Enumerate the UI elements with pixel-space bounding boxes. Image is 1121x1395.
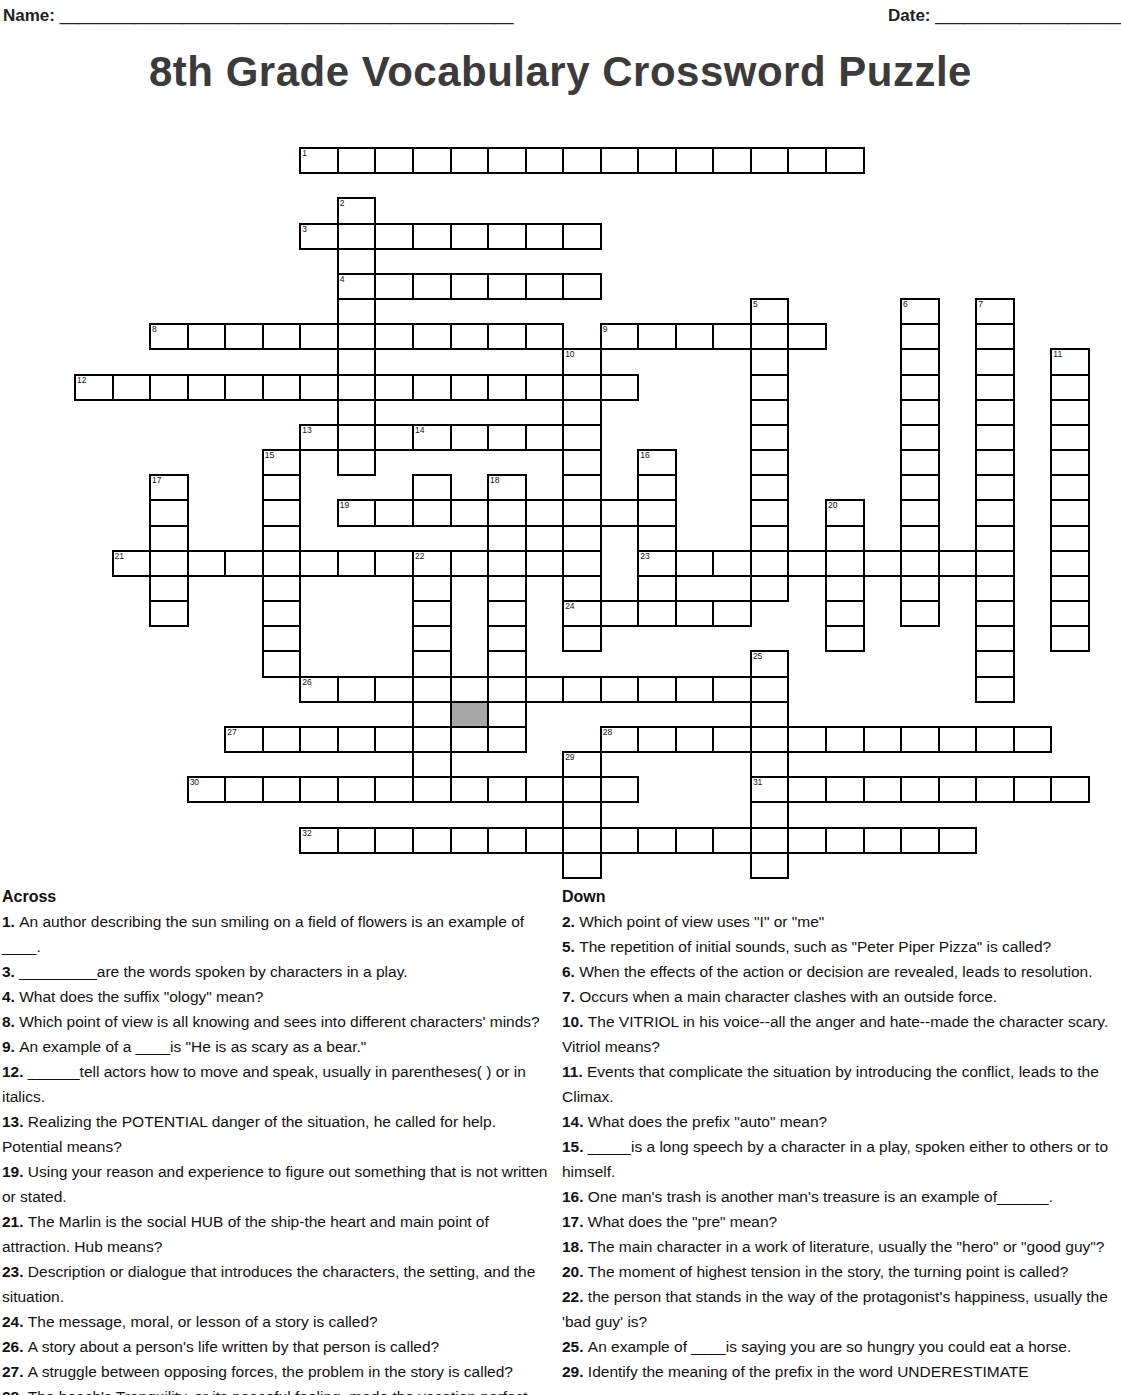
- grid-cell[interactable]: [975, 776, 1015, 803]
- grid-cell[interactable]: [374, 424, 414, 451]
- grid-cell[interactable]: [374, 827, 414, 854]
- clue-number: 19: [340, 501, 349, 510]
- grid-cell[interactable]: [262, 600, 302, 627]
- grid-cell[interactable]: [299, 323, 339, 350]
- grid-cell[interactable]: [337, 399, 377, 426]
- grid-cell[interactable]: [750, 751, 790, 778]
- grid-cell[interactable]: [900, 499, 940, 526]
- grid-cell[interactable]: [374, 726, 414, 753]
- grid-cell[interactable]: [863, 827, 903, 854]
- grid-cell[interactable]: [975, 625, 1015, 652]
- grid-cell[interactable]: [224, 776, 264, 803]
- grid-cell[interactable]: [487, 499, 527, 526]
- grid-cell[interactable]: [149, 575, 189, 602]
- grid-cell[interactable]: [825, 625, 865, 652]
- grid-cell[interactable]: [750, 575, 790, 602]
- clue-20: 20. The moment of highest tension in the…: [562, 1259, 1119, 1284]
- grid-cell[interactable]: [412, 323, 452, 350]
- grid-cell[interactable]: [975, 399, 1015, 426]
- worksheet-page: Name: __________________________________…: [0, 0, 1121, 1395]
- grid-cell[interactable]: [1050, 499, 1090, 526]
- grid-cell[interactable]: [938, 776, 978, 803]
- grid-cell[interactable]: [787, 827, 827, 854]
- clue-number: 11: [1053, 350, 1062, 359]
- grid-cell[interactable]: [1050, 550, 1090, 577]
- grid-cell[interactable]: [712, 827, 752, 854]
- grid-cell[interactable]: [262, 374, 302, 401]
- grid-cell[interactable]: [374, 273, 414, 300]
- grid-cell[interactable]: [1013, 776, 1053, 803]
- grid-cell[interactable]: [562, 575, 602, 602]
- grid-cell[interactable]: [675, 676, 715, 703]
- grid-cell[interactable]: [299, 550, 339, 577]
- clue-14: 14. What does the prefix "auto" mean?: [562, 1109, 1119, 1134]
- grid-cell[interactable]: [525, 676, 565, 703]
- grid-cell[interactable]: [262, 650, 302, 677]
- grid-cell[interactable]: [487, 676, 527, 703]
- grid-cell[interactable]: [412, 776, 452, 803]
- grid-cell[interactable]: [450, 424, 490, 451]
- grid-cell[interactable]: [975, 550, 1015, 577]
- across-clues-column: Across 1. An author describing the sun s…: [2, 884, 559, 1395]
- grid-cell[interactable]: [337, 424, 377, 451]
- across-header: Across: [2, 884, 559, 909]
- grid-cell[interactable]: [675, 600, 715, 627]
- grid-cell[interactable]: [450, 323, 490, 350]
- grid-cell[interactable]: [450, 776, 490, 803]
- grid-cell[interactable]: [750, 726, 790, 753]
- grid-cell[interactable]: [412, 827, 452, 854]
- clue-number: 25: [753, 652, 762, 661]
- grid-cell[interactable]: [525, 323, 565, 350]
- grid-cell[interactable]: [637, 323, 677, 350]
- grid-cell[interactable]: [187, 323, 227, 350]
- grid-cell[interactable]: [487, 575, 527, 602]
- grid-cell[interactable]: [637, 575, 677, 602]
- grid-cell[interactable]: [525, 499, 565, 526]
- grid-cell[interactable]: [975, 348, 1015, 375]
- clue-number: 15: [265, 451, 274, 460]
- grid-cell[interactable]: [374, 323, 414, 350]
- grid-cell[interactable]: [1050, 399, 1090, 426]
- grid-cell[interactable]: [825, 776, 865, 803]
- grid-cell[interactable]: [299, 726, 339, 753]
- grid-cell[interactable]: [938, 827, 978, 854]
- grid-cell[interactable]: [374, 374, 414, 401]
- grid-cell[interactable]: [187, 374, 227, 401]
- grid-cell[interactable]: [412, 223, 452, 250]
- grid-cell[interactable]: [750, 701, 790, 728]
- grid-cell[interactable]: [712, 147, 752, 174]
- grid-cell[interactable]: [825, 550, 865, 577]
- grid-cell[interactable]: [712, 323, 752, 350]
- grid-cell[interactable]: [337, 726, 377, 753]
- grid-cell[interactable]: [900, 827, 940, 854]
- grid-cell[interactable]: [562, 776, 602, 803]
- grid-cell[interactable]: [637, 147, 677, 174]
- grid-cell[interactable]: [374, 499, 414, 526]
- grid-cell[interactable]: [1013, 726, 1053, 753]
- grid-cell[interactable]: [525, 550, 565, 577]
- grid-cell[interactable]: [562, 399, 602, 426]
- grid-cell[interactable]: [637, 499, 677, 526]
- grid-cell[interactable]: [975, 424, 1015, 451]
- grid-cell[interactable]: [525, 273, 565, 300]
- clue-29: 29. Identify the meaning of the prefix i…: [562, 1359, 1119, 1384]
- grid-cell[interactable]: [750, 374, 790, 401]
- grid-cell[interactable]: [750, 499, 790, 526]
- grid-cell[interactable]: [750, 801, 790, 828]
- grid-cell[interactable]: [675, 550, 715, 577]
- grid-cell[interactable]: [1050, 575, 1090, 602]
- grid-cell[interactable]: [1050, 525, 1090, 552]
- grid-cell[interactable]: [975, 499, 1015, 526]
- clue-number: 5: [753, 300, 758, 309]
- grid-cell[interactable]: [787, 550, 827, 577]
- grid-cell[interactable]: [712, 600, 752, 627]
- grid-cell[interactable]: [224, 550, 264, 577]
- grid-cell[interactable]: [262, 550, 302, 577]
- grid-cell[interactable]: [262, 474, 302, 501]
- grid-cell[interactable]: [900, 525, 940, 552]
- grid-cell[interactable]: [825, 575, 865, 602]
- clue-number: 31: [753, 778, 762, 787]
- grid-cell[interactable]: [975, 525, 1015, 552]
- grid-cell[interactable]: [149, 550, 189, 577]
- grid-cell[interactable]: [938, 550, 978, 577]
- grid-cell[interactable]: [600, 827, 640, 854]
- grid-cell[interactable]: [750, 827, 790, 854]
- grid-cell[interactable]: [149, 525, 189, 552]
- clue-24: 24. The message, moral, or lesson of a s…: [2, 1309, 559, 1334]
- grid-cell[interactable]: [750, 525, 790, 552]
- clue-number: 29: [565, 753, 574, 762]
- grid-cell[interactable]: [825, 827, 865, 854]
- grid-cell[interactable]: [525, 424, 565, 451]
- grid-cell[interactable]: [262, 726, 302, 753]
- grid-cell[interactable]: [450, 147, 490, 174]
- grid-cell[interactable]: [374, 676, 414, 703]
- grid-cell[interactable]: [975, 323, 1015, 350]
- grid-cell[interactable]: [262, 323, 302, 350]
- grid-cell[interactable]: [900, 550, 940, 577]
- clue-13: 13. Realizing the POTENTIAL danger of th…: [2, 1109, 559, 1159]
- clue-number: 32: [302, 829, 311, 838]
- grid-cell[interactable]: [975, 575, 1015, 602]
- grid-cell[interactable]: [412, 600, 452, 627]
- grid-cell[interactable]: [487, 223, 527, 250]
- grid-cell[interactable]: [600, 147, 640, 174]
- grid-cell[interactable]: [487, 550, 527, 577]
- grid-cell[interactable]: [525, 147, 565, 174]
- grid-cell[interactable]: [600, 499, 640, 526]
- grid-cell[interactable]: [412, 575, 452, 602]
- grid-cell[interactable]: [374, 223, 414, 250]
- grid-cell[interactable]: [337, 298, 377, 325]
- grid-cell[interactable]: [262, 625, 302, 652]
- grid-cell[interactable]: [337, 550, 377, 577]
- grid-cell[interactable]: [487, 650, 527, 677]
- grid-cell[interactable]: [900, 600, 940, 627]
- grid-cell[interactable]: [900, 474, 940, 501]
- grid-cell[interactable]: [487, 147, 527, 174]
- grid-cell[interactable]: [374, 776, 414, 803]
- grid-cell[interactable]: [975, 676, 1015, 703]
- grid-cell[interactable]: [600, 776, 640, 803]
- grid-cell[interactable]: [675, 323, 715, 350]
- grid-cell[interactable]: [487, 323, 527, 350]
- grid-cell[interactable]: [487, 525, 527, 552]
- grid-cell[interactable]: [299, 776, 339, 803]
- grid-cell[interactable]: [637, 600, 677, 627]
- grid-cell[interactable]: [450, 676, 490, 703]
- grid-cell[interactable]: [562, 147, 602, 174]
- grid-cell[interactable]: [487, 424, 527, 451]
- grid-cell[interactable]: [562, 374, 602, 401]
- grid-cell[interactable]: [450, 223, 490, 250]
- clue-number: 13: [302, 426, 311, 435]
- grid-cell[interactable]: [562, 223, 602, 250]
- grid-cell[interactable]: [825, 726, 865, 753]
- grid-cell[interactable]: [412, 374, 452, 401]
- grid-cell[interactable]: [975, 726, 1015, 753]
- grid-cell[interactable]: [562, 499, 602, 526]
- grid-cell[interactable]: [637, 827, 677, 854]
- grid-cell[interactable]: [525, 223, 565, 250]
- down-header: Down: [562, 884, 1119, 909]
- grid-cell[interactable]: [900, 424, 940, 451]
- grid-cell[interactable]: [337, 223, 377, 250]
- grid-cell[interactable]: [900, 726, 940, 753]
- grid-cell[interactable]: [187, 550, 227, 577]
- grid-cell[interactable]: [1050, 424, 1090, 451]
- grid-cell[interactable]: [525, 776, 565, 803]
- grid-cell[interactable]: [487, 726, 527, 753]
- grid-cell[interactable]: [900, 449, 940, 476]
- grid-cell[interactable]: [1050, 625, 1090, 652]
- grid-cell[interactable]: [938, 726, 978, 753]
- crossword-grid: 1234567891011121314151617181920212223242…: [74, 147, 1090, 879]
- grid-cell[interactable]: [1050, 449, 1090, 476]
- grid-cell[interactable]: [900, 399, 940, 426]
- grid-cell[interactable]: [787, 726, 827, 753]
- grid-cell[interactable]: [374, 147, 414, 174]
- grid-cell[interactable]: [675, 147, 715, 174]
- clue-17: 17. What does the "pre" mean?: [562, 1209, 1119, 1234]
- worksheet-header: Name: __________________________________…: [0, 6, 1121, 34]
- grid-cell[interactable]: [412, 474, 452, 501]
- grid-cell[interactable]: [750, 852, 790, 879]
- down-clues-column: Down 2. Which point of view uses "I" or …: [562, 884, 1119, 1384]
- grid-cell[interactable]: [374, 550, 414, 577]
- grid-cell[interactable]: [487, 374, 527, 401]
- grid-cell[interactable]: [975, 449, 1015, 476]
- grid-cell[interactable]: [224, 374, 264, 401]
- grid-cell[interactable]: [412, 147, 452, 174]
- grid-cell[interactable]: [562, 852, 602, 879]
- grid-cell[interactable]: [900, 323, 940, 350]
- grid-cell[interactable]: [112, 374, 152, 401]
- grid-cell[interactable]: [149, 600, 189, 627]
- grid-cell[interactable]: [975, 474, 1015, 501]
- grid-cell[interactable]: [637, 726, 677, 753]
- grid-cell[interactable]: [750, 449, 790, 476]
- blocked-cell: [450, 701, 490, 728]
- grid-cell[interactable]: [562, 801, 602, 828]
- grid-cell[interactable]: [450, 726, 490, 753]
- grid-cell[interactable]: [149, 499, 189, 526]
- grid-cell[interactable]: [675, 726, 715, 753]
- clue-number: 27: [227, 728, 236, 737]
- grid-cell[interactable]: [412, 726, 452, 753]
- grid-cell[interactable]: [562, 424, 602, 451]
- grid-cell[interactable]: [787, 323, 827, 350]
- grid-cell[interactable]: [487, 600, 527, 627]
- clue-19: 19. Using your reason and experience to …: [2, 1159, 559, 1209]
- grid-cell[interactable]: [863, 776, 903, 803]
- grid-cell[interactable]: [337, 827, 377, 854]
- grid-cell[interactable]: [412, 701, 452, 728]
- grid-cell[interactable]: [900, 776, 940, 803]
- grid-cell[interactable]: [637, 676, 677, 703]
- grid-cell[interactable]: [825, 525, 865, 552]
- grid-cell[interactable]: [562, 550, 602, 577]
- grid-cell[interactable]: [149, 374, 189, 401]
- grid-cell[interactable]: [900, 575, 940, 602]
- grid-cell[interactable]: [750, 399, 790, 426]
- grid-cell[interactable]: [412, 499, 452, 526]
- name-label: Name:: [3, 6, 55, 25]
- grid-cell[interactable]: [750, 323, 790, 350]
- clue-21: 21. The Marlin is the social HUB of the …: [2, 1209, 559, 1259]
- grid-cell[interactable]: [1050, 374, 1090, 401]
- grid-cell[interactable]: [337, 374, 377, 401]
- grid-cell[interactable]: [562, 474, 602, 501]
- grid-cell[interactable]: [487, 827, 527, 854]
- grid-cell[interactable]: [600, 374, 640, 401]
- grid-cell[interactable]: [1050, 600, 1090, 627]
- grid-cell[interactable]: [450, 374, 490, 401]
- clue-number: 23: [640, 552, 649, 561]
- grid-cell[interactable]: [337, 676, 377, 703]
- grid-cell[interactable]: [412, 625, 452, 652]
- clue-2: 2. Which point of view uses "I" or "me": [562, 909, 1119, 934]
- grid-cell[interactable]: [525, 827, 565, 854]
- grid-cell[interactable]: [825, 600, 865, 627]
- clue-number: 22: [415, 552, 424, 561]
- grid-cell[interactable]: [562, 449, 602, 476]
- clue-12: 12. ______tell actors how to move and sp…: [2, 1059, 559, 1109]
- grid-cell[interactable]: [487, 701, 527, 728]
- clue-9: 9. An example of a ____is "He is as scar…: [2, 1034, 559, 1059]
- grid-cell[interactable]: [863, 726, 903, 753]
- grid-cell[interactable]: [1050, 474, 1090, 501]
- grid-cell[interactable]: [750, 147, 790, 174]
- grid-cell[interactable]: [262, 525, 302, 552]
- grid-cell[interactable]: [450, 499, 490, 526]
- grid-cell[interactable]: [750, 474, 790, 501]
- grid-cell[interactable]: [975, 650, 1015, 677]
- grid-cell[interactable]: [299, 374, 339, 401]
- clue-6: 6. When the effects of the action or dec…: [562, 959, 1119, 984]
- grid-cell[interactable]: [562, 525, 602, 552]
- grid-cell[interactable]: [412, 650, 452, 677]
- grid-cell[interactable]: [337, 248, 377, 275]
- grid-cell[interactable]: [712, 550, 752, 577]
- grid-cell[interactable]: [750, 676, 790, 703]
- grid-cell[interactable]: [525, 374, 565, 401]
- grid-cell[interactable]: [412, 676, 452, 703]
- grid-cell[interactable]: [450, 827, 490, 854]
- clue-1: 1. An author describing the sun smiling …: [2, 909, 559, 959]
- grid-cell[interactable]: [337, 348, 377, 375]
- clue-18: 18. The main character in a work of lite…: [562, 1234, 1119, 1259]
- grid-cell[interactable]: [900, 348, 940, 375]
- clue-number: 28: [603, 728, 612, 737]
- grid-cell[interactable]: [487, 273, 527, 300]
- grid-cell[interactable]: [337, 449, 377, 476]
- grid-cell[interactable]: [712, 676, 752, 703]
- grid-cell[interactable]: [412, 273, 452, 300]
- grid-cell[interactable]: [262, 499, 302, 526]
- clue-number: 21: [115, 552, 124, 561]
- grid-cell[interactable]: [450, 550, 490, 577]
- grid-cell[interactable]: [863, 550, 903, 577]
- grid-cell[interactable]: [600, 600, 640, 627]
- grid-cell[interactable]: [562, 827, 602, 854]
- grid-cell[interactable]: [337, 323, 377, 350]
- clue-number: 1: [302, 149, 307, 158]
- grid-cell[interactable]: [412, 751, 452, 778]
- grid-cell[interactable]: [224, 323, 264, 350]
- clue-number: 24: [565, 602, 574, 611]
- clue-number: 6: [903, 300, 908, 309]
- grid-cell[interactable]: [262, 575, 302, 602]
- name-blank-line[interactable]: ________________________________________…: [60, 6, 514, 25]
- grid-cell[interactable]: [675, 827, 715, 854]
- clue-number: 20: [828, 501, 837, 510]
- name-field: Name: __________________________________…: [3, 6, 514, 26]
- grid-cell[interactable]: [600, 676, 640, 703]
- grid-cell[interactable]: [975, 600, 1015, 627]
- grid-cell[interactable]: [337, 147, 377, 174]
- grid-cell[interactable]: [562, 676, 602, 703]
- grid-cell[interactable]: [1050, 776, 1090, 803]
- grid-cell[interactable]: [637, 525, 677, 552]
- grid-cell[interactable]: [487, 625, 527, 652]
- clue-number: 17: [152, 476, 161, 485]
- grid-cell[interactable]: [487, 776, 527, 803]
- grid-cell[interactable]: [750, 550, 790, 577]
- grid-cell[interactable]: [450, 273, 490, 300]
- grid-cell[interactable]: [975, 374, 1015, 401]
- grid-cell[interactable]: [562, 273, 602, 300]
- grid-cell[interactable]: [562, 625, 602, 652]
- clue-number: 16: [640, 451, 649, 460]
- grid-cell[interactable]: [825, 147, 865, 174]
- clue-5: 5. The repetition of initial sounds, suc…: [562, 934, 1119, 959]
- grid-cell[interactable]: [787, 147, 827, 174]
- grid-cell[interactable]: [900, 374, 940, 401]
- grid-cell[interactable]: [750, 424, 790, 451]
- grid-cell[interactable]: [787, 776, 827, 803]
- grid-cell[interactable]: [712, 726, 752, 753]
- date-blank-line[interactable]: _____________________: [935, 6, 1121, 25]
- grid-cell[interactable]: [637, 474, 677, 501]
- grid-cell[interactable]: [750, 348, 790, 375]
- grid-cell[interactable]: [262, 776, 302, 803]
- grid-cell[interactable]: [337, 776, 377, 803]
